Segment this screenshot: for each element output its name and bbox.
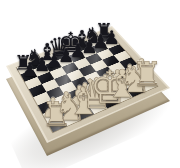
- chess-set-photo: ♜♞♝♛♚♝♞♜♟♟♟♟♟♟♟♟♟♟♟♟♟♟♟♟♜♞♝♛♚♝♞♜: [0, 0, 180, 168]
- pieces-layer: ♜♞♝♛♚♝♞♜♟♟♟♟♟♟♟♟♟♟♟♟♟♟♟♟♜♞♝♛♚♝♞♜: [0, 0, 180, 168]
- white-rook[interactable]: ♜: [132, 58, 162, 92]
- black-pawn[interactable]: ♟: [103, 29, 120, 48]
